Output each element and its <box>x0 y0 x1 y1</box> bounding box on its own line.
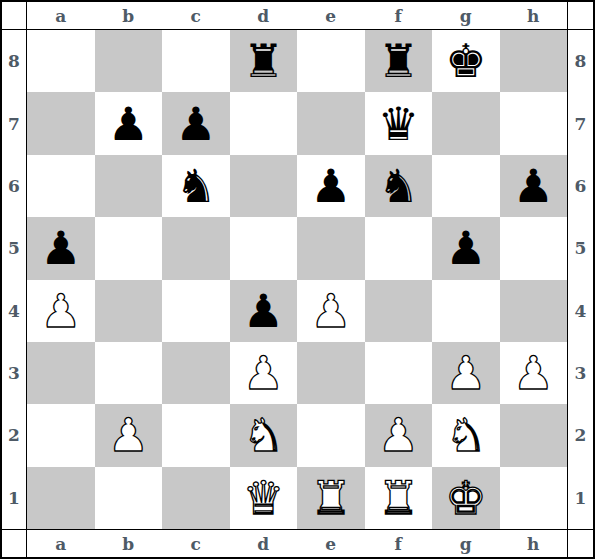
square-e6[interactable]: ♟ <box>297 155 365 217</box>
square-c7[interactable]: ♟ <box>162 92 230 154</box>
file-label-top-h: h <box>500 2 568 30</box>
rank-label-right-7: 7 <box>567 92 593 154</box>
square-e5[interactable] <box>297 217 365 279</box>
square-d6[interactable] <box>230 155 298 217</box>
piece-white-queen-d1[interactable]: ♛ <box>243 475 284 521</box>
square-h5[interactable] <box>500 217 568 279</box>
piece-black-queen-f7[interactable]: ♛ <box>378 101 419 147</box>
piece-black-rook-d8[interactable]: ♜ <box>243 38 284 84</box>
square-f7[interactable]: ♛ <box>365 92 433 154</box>
square-c1[interactable] <box>162 467 230 529</box>
square-f2[interactable]: ♟ <box>365 404 433 466</box>
square-c6[interactable]: ♞ <box>162 155 230 217</box>
file-label-top-b: b <box>95 2 163 30</box>
square-b4[interactable] <box>95 280 163 342</box>
rank-label-left-5: 5 <box>2 217 27 279</box>
piece-black-pawn-b7[interactable]: ♟ <box>108 101 149 147</box>
rank-label-right-4: 4 <box>567 280 593 342</box>
square-b5[interactable] <box>95 217 163 279</box>
square-a6[interactable] <box>27 155 95 217</box>
square-b6[interactable] <box>95 155 163 217</box>
square-h8[interactable] <box>500 30 568 92</box>
square-b1[interactable] <box>95 467 163 529</box>
piece-white-pawn-g3[interactable]: ♟ <box>445 350 486 396</box>
square-a3[interactable] <box>27 342 95 404</box>
piece-black-king-g8[interactable]: ♚ <box>445 38 486 84</box>
square-f6[interactable]: ♞ <box>365 155 433 217</box>
rank-label-right-3: 3 <box>567 342 593 404</box>
square-d7[interactable] <box>230 92 298 154</box>
file-label-bottom-e: e <box>297 529 365 557</box>
square-b3[interactable] <box>95 342 163 404</box>
square-b2[interactable]: ♟ <box>95 404 163 466</box>
piece-black-pawn-h6[interactable]: ♟ <box>513 163 554 209</box>
file-label-bottom-f: f <box>365 529 433 557</box>
square-e1[interactable]: ♜ <box>297 467 365 529</box>
square-f3[interactable] <box>365 342 433 404</box>
square-h3[interactable]: ♟ <box>500 342 568 404</box>
square-h2[interactable] <box>500 404 568 466</box>
rank-label-left-6: 6 <box>2 155 27 217</box>
piece-black-pawn-g5[interactable]: ♟ <box>445 225 486 271</box>
square-g8[interactable]: ♚ <box>432 30 500 92</box>
square-g1[interactable]: ♚ <box>432 467 500 529</box>
rank-label-right-6: 6 <box>567 155 593 217</box>
square-d5[interactable] <box>230 217 298 279</box>
square-a5[interactable]: ♟ <box>27 217 95 279</box>
file-label-bottom-h: h <box>500 529 568 557</box>
square-g3[interactable]: ♟ <box>432 342 500 404</box>
piece-white-rook-e1[interactable]: ♜ <box>310 475 351 521</box>
rank-label-right-5: 5 <box>567 217 593 279</box>
file-label-bottom-d: d <box>230 529 298 557</box>
piece-white-pawn-d3[interactable]: ♟ <box>243 350 284 396</box>
corner-bottom-right <box>567 529 593 557</box>
square-a8[interactable] <box>27 30 95 92</box>
square-f5[interactable] <box>365 217 433 279</box>
corner-bottom-left <box>2 529 27 557</box>
square-g7[interactable] <box>432 92 500 154</box>
piece-white-king-g1[interactable]: ♚ <box>445 475 486 521</box>
piece-white-pawn-b2[interactable]: ♟ <box>108 412 149 458</box>
square-e8[interactable] <box>297 30 365 92</box>
rank-label-left-7: 7 <box>2 92 27 154</box>
rank-label-left-3: 3 <box>2 342 27 404</box>
square-d8[interactable]: ♜ <box>230 30 298 92</box>
file-label-bottom-b: b <box>95 529 163 557</box>
file-label-top-d: d <box>230 2 298 30</box>
square-d1[interactable]: ♛ <box>230 467 298 529</box>
square-c2[interactable] <box>162 404 230 466</box>
file-label-top-f: f <box>365 2 433 30</box>
piece-black-pawn-d4[interactable]: ♟ <box>243 288 284 334</box>
square-d2[interactable]: ♞ <box>230 404 298 466</box>
rank-label-left-1: 1 <box>2 467 27 529</box>
piece-white-pawn-a4[interactable]: ♟ <box>40 288 81 334</box>
piece-black-pawn-c7[interactable]: ♟ <box>175 101 216 147</box>
square-e3[interactable] <box>297 342 365 404</box>
rank-label-right-2: 2 <box>567 404 593 466</box>
piece-white-pawn-h3[interactable]: ♟ <box>513 350 554 396</box>
corner-top-right <box>567 2 593 30</box>
square-g2[interactable]: ♞ <box>432 404 500 466</box>
rank-label-left-8: 8 <box>2 30 27 92</box>
square-g6[interactable] <box>432 155 500 217</box>
piece-white-pawn-f2[interactable]: ♟ <box>378 412 419 458</box>
square-a7[interactable] <box>27 92 95 154</box>
piece-black-pawn-a5[interactable]: ♟ <box>40 225 81 271</box>
square-a2[interactable] <box>27 404 95 466</box>
piece-black-rook-f8[interactable]: ♜ <box>378 38 419 84</box>
file-label-bottom-c: c <box>162 529 230 557</box>
square-g4[interactable] <box>432 280 500 342</box>
piece-black-knight-c6[interactable]: ♞ <box>175 163 216 209</box>
rank-label-right-1: 1 <box>567 467 593 529</box>
square-e4[interactable]: ♟ <box>297 280 365 342</box>
rank-label-right-8: 8 <box>567 30 593 92</box>
piece-white-knight-d2[interactable]: ♞ <box>243 412 284 458</box>
piece-white-rook-f1[interactable]: ♜ <box>378 475 419 521</box>
square-d4[interactable]: ♟ <box>230 280 298 342</box>
rank-label-left-4: 4 <box>2 280 27 342</box>
square-f4[interactable] <box>365 280 433 342</box>
file-label-bottom-g: g <box>432 529 500 557</box>
file-label-top-c: c <box>162 2 230 30</box>
file-label-top-a: a <box>27 2 95 30</box>
square-d3[interactable]: ♟ <box>230 342 298 404</box>
square-g5[interactable]: ♟ <box>432 217 500 279</box>
corner-top-left <box>2 2 27 30</box>
file-label-bottom-a: a <box>27 529 95 557</box>
square-a4[interactable]: ♟ <box>27 280 95 342</box>
square-c3[interactable] <box>162 342 230 404</box>
square-h4[interactable] <box>500 280 568 342</box>
square-c8[interactable] <box>162 30 230 92</box>
square-c4[interactable] <box>162 280 230 342</box>
rank-label-left-2: 2 <box>2 404 27 466</box>
piece-black-pawn-e6[interactable]: ♟ <box>310 163 351 209</box>
file-label-top-e: e <box>297 2 365 30</box>
piece-white-knight-g2[interactable]: ♞ <box>445 412 486 458</box>
piece-white-pawn-e4[interactable]: ♟ <box>310 288 351 334</box>
square-b7[interactable]: ♟ <box>95 92 163 154</box>
square-c5[interactable] <box>162 217 230 279</box>
square-a1[interactable] <box>27 467 95 529</box>
square-h7[interactable] <box>500 92 568 154</box>
square-e2[interactable] <box>297 404 365 466</box>
file-label-top-g: g <box>432 2 500 30</box>
chess-board-diagram: abcdefgh8♜♜♚87♟♟♛76♞♟♞♟65♟♟54♟♟♟43♟♟♟32♟… <box>0 0 595 559</box>
piece-black-knight-f6[interactable]: ♞ <box>378 163 419 209</box>
square-h1[interactable] <box>500 467 568 529</box>
square-h6[interactable]: ♟ <box>500 155 568 217</box>
square-e7[interactable] <box>297 92 365 154</box>
square-f1[interactable]: ♜ <box>365 467 433 529</box>
square-b8[interactable] <box>95 30 163 92</box>
square-f8[interactable]: ♜ <box>365 30 433 92</box>
